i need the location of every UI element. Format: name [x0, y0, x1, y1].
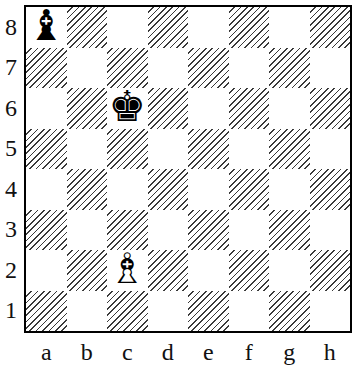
square-g2[interactable] [269, 250, 310, 291]
rank-label-3: 3 [0, 210, 22, 251]
square-b4[interactable] [67, 169, 108, 210]
square-g6[interactable] [269, 88, 310, 129]
square-e8[interactable] [188, 7, 229, 48]
file-label-g: g [269, 335, 310, 369]
file-label-b: b [67, 335, 108, 369]
square-c6[interactable]: ♚ [107, 88, 148, 129]
square-c1[interactable] [107, 291, 148, 332]
square-g5[interactable] [269, 129, 310, 170]
square-a3[interactable] [26, 210, 67, 251]
square-g8[interactable] [269, 7, 310, 48]
square-a5[interactable] [26, 129, 67, 170]
black-king[interactable]: ♚ [108, 86, 146, 128]
square-g3[interactable] [269, 210, 310, 251]
square-h1[interactable] [310, 291, 351, 332]
square-a4[interactable] [26, 169, 67, 210]
file-label-a: a [26, 335, 67, 369]
rank-label-4: 4 [0, 169, 22, 210]
square-d8[interactable] [148, 7, 189, 48]
square-h2[interactable] [310, 250, 351, 291]
square-b1[interactable] [67, 291, 108, 332]
square-a1[interactable] [26, 291, 67, 332]
square-d4[interactable] [148, 169, 189, 210]
square-b5[interactable] [67, 129, 108, 170]
file-label-c: c [107, 335, 148, 369]
square-d3[interactable] [148, 210, 189, 251]
square-f1[interactable] [229, 291, 270, 332]
rank-labels: 87654321 [0, 7, 22, 331]
square-b7[interactable] [67, 48, 108, 89]
square-e2[interactable] [188, 250, 229, 291]
square-d1[interactable] [148, 291, 189, 332]
square-d7[interactable] [148, 48, 189, 89]
square-d5[interactable] [148, 129, 189, 170]
square-g4[interactable] [269, 169, 310, 210]
square-d6[interactable] [148, 88, 189, 129]
square-h3[interactable] [310, 210, 351, 251]
square-h7[interactable] [310, 48, 351, 89]
rank-label-6: 6 [0, 88, 22, 129]
square-a8[interactable]: ♝ [26, 7, 67, 48]
square-b2[interactable] [67, 250, 108, 291]
square-h4[interactable] [310, 169, 351, 210]
square-e6[interactable] [188, 88, 229, 129]
file-label-h: h [310, 335, 351, 369]
file-labels: abcdefgh [26, 335, 350, 369]
square-f6[interactable] [229, 88, 270, 129]
square-f4[interactable] [229, 169, 270, 210]
square-e4[interactable] [188, 169, 229, 210]
square-d2[interactable] [148, 250, 189, 291]
rank-label-7: 7 [0, 48, 22, 89]
square-f3[interactable] [229, 210, 270, 251]
chess-diagram: 87654321 ♝♚♗ abcdefgh [0, 0, 356, 373]
square-a6[interactable] [26, 88, 67, 129]
square-a2[interactable] [26, 250, 67, 291]
black-bishop[interactable]: ♝ [27, 5, 65, 47]
rank-label-5: 5 [0, 129, 22, 170]
file-label-e: e [188, 335, 229, 369]
square-c5[interactable] [107, 129, 148, 170]
square-e7[interactable] [188, 48, 229, 89]
file-label-f: f [229, 335, 270, 369]
square-b3[interactable] [67, 210, 108, 251]
square-g1[interactable] [269, 291, 310, 332]
square-e3[interactable] [188, 210, 229, 251]
square-c8[interactable] [107, 7, 148, 48]
square-a7[interactable] [26, 48, 67, 89]
square-e5[interactable] [188, 129, 229, 170]
square-b8[interactable] [67, 7, 108, 48]
white-bishop[interactable]: ♗ [108, 248, 146, 290]
square-h5[interactable] [310, 129, 351, 170]
rank-label-8: 8 [0, 7, 22, 48]
square-f7[interactable] [229, 48, 270, 89]
square-g7[interactable] [269, 48, 310, 89]
square-b6[interactable] [67, 88, 108, 129]
file-label-d: d [148, 335, 189, 369]
chess-board: ♝♚♗ [24, 5, 352, 333]
square-c4[interactable] [107, 169, 148, 210]
square-f8[interactable] [229, 7, 270, 48]
rank-label-2: 2 [0, 250, 22, 291]
square-f2[interactable] [229, 250, 270, 291]
rank-label-1: 1 [0, 291, 22, 332]
square-c2[interactable]: ♗ [107, 250, 148, 291]
square-e1[interactable] [188, 291, 229, 332]
square-h8[interactable] [310, 7, 351, 48]
square-f5[interactable] [229, 129, 270, 170]
square-h6[interactable] [310, 88, 351, 129]
